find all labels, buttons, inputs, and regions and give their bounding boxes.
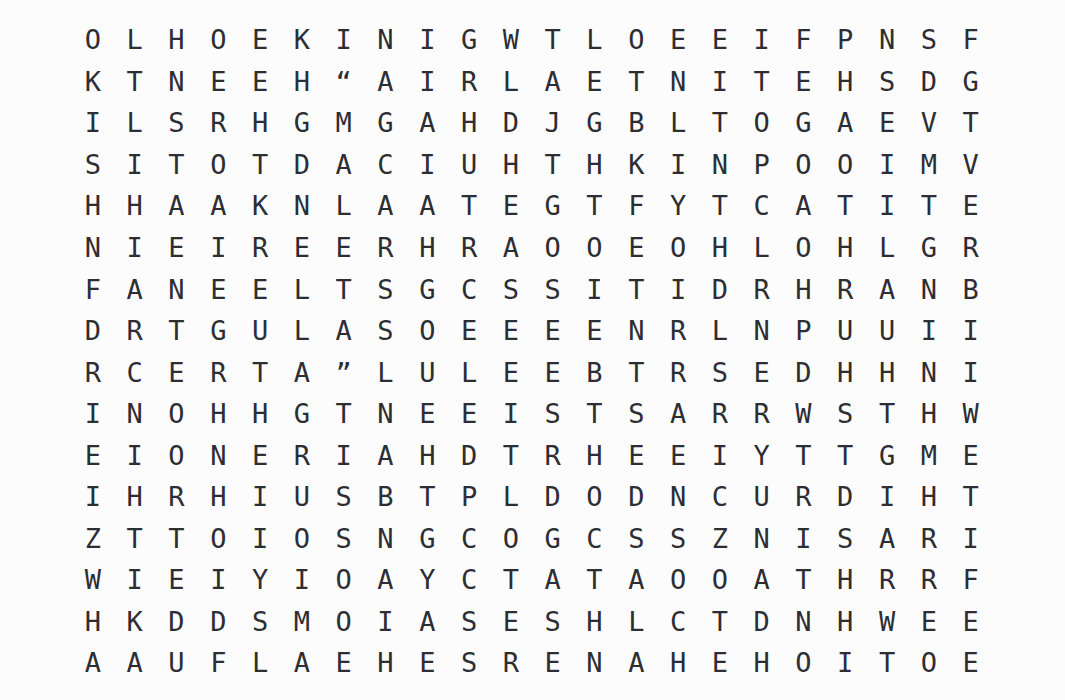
grid-cell[interactable]: I (239, 518, 281, 560)
grid-cell[interactable]: A (657, 393, 699, 435)
grid-cell[interactable]: L (490, 61, 532, 103)
grid-cell[interactable]: S (490, 268, 532, 310)
grid-cell[interactable]: G (574, 102, 616, 144)
grid-cell[interactable]: I (824, 642, 866, 684)
grid-cell[interactable]: E (741, 351, 783, 393)
grid-cell[interactable]: D (783, 351, 825, 393)
grid-cell[interactable]: O (490, 518, 532, 560)
grid-cell[interactable]: E (908, 601, 950, 643)
grid-cell[interactable]: I (950, 310, 992, 352)
grid-cell[interactable]: B (950, 268, 992, 310)
grid-cell[interactable]: N (197, 434, 239, 476)
grid-cell[interactable]: G (866, 434, 908, 476)
grid-cell[interactable]: H (114, 476, 156, 518)
grid-cell[interactable]: N (741, 518, 783, 560)
grid-cell[interactable]: E (783, 61, 825, 103)
grid-cell[interactable]: T (156, 144, 198, 186)
grid-cell[interactable]: A (365, 61, 407, 103)
grid-cell[interactable]: I (406, 144, 448, 186)
grid-cell[interactable]: U (866, 310, 908, 352)
grid-cell[interactable]: N (281, 185, 323, 227)
grid-cell[interactable]: C (448, 268, 490, 310)
grid-cell[interactable]: V (908, 102, 950, 144)
grid-cell[interactable]: R (281, 434, 323, 476)
grid-cell[interactable]: O (406, 310, 448, 352)
grid-cell[interactable]: A (783, 185, 825, 227)
grid-cell[interactable]: T (741, 61, 783, 103)
grid-cell[interactable]: W (950, 393, 992, 435)
grid-cell[interactable]: P (741, 144, 783, 186)
grid-cell[interactable]: K (239, 185, 281, 227)
grid-cell[interactable]: E (72, 434, 114, 476)
grid-cell[interactable]: T (156, 310, 198, 352)
grid-cell[interactable]: E (532, 642, 574, 684)
grid-cell[interactable]: T (950, 476, 992, 518)
grid-cell[interactable]: T (156, 518, 198, 560)
grid-cell[interactable]: H (699, 227, 741, 269)
grid-cell[interactable]: S (532, 268, 574, 310)
grid-cell[interactable]: L (699, 310, 741, 352)
grid-cell[interactable]: N (365, 518, 407, 560)
grid-cell[interactable]: S (866, 61, 908, 103)
grid-cell[interactable]: S (365, 268, 407, 310)
grid-cell[interactable]: O (783, 227, 825, 269)
grid-cell[interactable]: A (866, 268, 908, 310)
grid-cell[interactable]: H (406, 434, 448, 476)
grid-cell[interactable]: H (156, 19, 198, 61)
grid-cell[interactable]: A (365, 559, 407, 601)
grid-cell[interactable]: N (574, 642, 616, 684)
grid-cell[interactable]: A (741, 559, 783, 601)
grid-cell[interactable]: L (365, 351, 407, 393)
grid-cell[interactable]: A (365, 185, 407, 227)
grid-cell[interactable]: H (824, 61, 866, 103)
grid-cell[interactable]: G (448, 19, 490, 61)
grid-cell[interactable]: T (908, 185, 950, 227)
grid-cell[interactable]: O (156, 434, 198, 476)
grid-cell[interactable]: A (365, 434, 407, 476)
grid-cell[interactable]: D (741, 601, 783, 643)
grid-cell[interactable]: T (574, 559, 616, 601)
grid-cell[interactable]: W (490, 19, 532, 61)
grid-cell[interactable]: R (114, 310, 156, 352)
grid-cell[interactable]: T (615, 351, 657, 393)
grid-cell[interactable]: O (197, 144, 239, 186)
grid-cell[interactable]: L (114, 19, 156, 61)
grid-cell[interactable]: H (114, 185, 156, 227)
grid-cell[interactable]: R (448, 61, 490, 103)
grid-cell[interactable]: H (866, 351, 908, 393)
grid-cell[interactable]: N (866, 19, 908, 61)
grid-cell[interactable]: A (281, 351, 323, 393)
grid-cell[interactable]: T (615, 61, 657, 103)
grid-cell[interactable]: E (156, 227, 198, 269)
grid-cell[interactable]: O (699, 559, 741, 601)
grid-cell[interactable]: N (615, 310, 657, 352)
grid-cell[interactable]: M (908, 144, 950, 186)
grid-cell[interactable]: I (197, 227, 239, 269)
grid-cell[interactable]: W (783, 393, 825, 435)
grid-cell[interactable]: B (574, 351, 616, 393)
grid-cell[interactable]: L (281, 310, 323, 352)
grid-cell[interactable]: E (532, 351, 574, 393)
grid-cell[interactable]: D (615, 476, 657, 518)
grid-cell[interactable]: L (866, 227, 908, 269)
grid-cell[interactable]: N (114, 393, 156, 435)
grid-cell[interactable]: D (824, 476, 866, 518)
grid-cell[interactable]: E (615, 227, 657, 269)
grid-cell[interactable]: H (281, 61, 323, 103)
grid-cell[interactable]: E (197, 268, 239, 310)
grid-cell[interactable]: H (824, 559, 866, 601)
grid-cell[interactable]: T (783, 559, 825, 601)
grid-cell[interactable]: G (197, 310, 239, 352)
grid-cell[interactable]: R (908, 559, 950, 601)
grid-cell[interactable]: H (574, 601, 616, 643)
grid-cell[interactable]: H (657, 642, 699, 684)
grid-cell[interactable]: O (156, 393, 198, 435)
grid-cell[interactable]: T (615, 268, 657, 310)
grid-cell[interactable]: “ (323, 61, 365, 103)
grid-cell[interactable]: T (114, 61, 156, 103)
grid-cell[interactable]: M (323, 102, 365, 144)
grid-cell[interactable]: T (699, 185, 741, 227)
grid-cell[interactable]: E (281, 227, 323, 269)
grid-cell[interactable]: A (532, 61, 574, 103)
grid-cell[interactable]: D (490, 102, 532, 144)
grid-cell[interactable]: Y (741, 434, 783, 476)
grid-cell[interactable]: T (699, 601, 741, 643)
grid-cell[interactable]: G (908, 227, 950, 269)
grid-cell[interactable]: N (72, 227, 114, 269)
grid-cell[interactable]: E (448, 310, 490, 352)
grid-cell[interactable]: L (281, 268, 323, 310)
grid-cell[interactable]: M (281, 601, 323, 643)
grid-cell[interactable]: R (741, 268, 783, 310)
grid-cell[interactable]: E (490, 601, 532, 643)
grid-cell[interactable]: O (72, 19, 114, 61)
grid-cell[interactable]: D (156, 601, 198, 643)
grid-cell[interactable]: A (406, 601, 448, 643)
grid-cell[interactable]: L (657, 102, 699, 144)
grid-cell[interactable]: T (114, 518, 156, 560)
grid-cell[interactable]: Y (657, 185, 699, 227)
grid-cell[interactable]: I (281, 559, 323, 601)
grid-cell[interactable]: G (281, 102, 323, 144)
grid-cell[interactable]: H (239, 102, 281, 144)
grid-cell[interactable]: S (323, 518, 365, 560)
grid-cell[interactable]: I (197, 559, 239, 601)
grid-cell[interactable]: T (239, 351, 281, 393)
grid-cell[interactable]: A (866, 518, 908, 560)
grid-cell[interactable]: G (532, 518, 574, 560)
grid-cell[interactable]: I (574, 268, 616, 310)
grid-cell[interactable]: A (72, 642, 114, 684)
grid-cell[interactable]: D (908, 61, 950, 103)
grid-cell[interactable]: E (156, 351, 198, 393)
grid-cell[interactable]: O (908, 642, 950, 684)
grid-cell[interactable]: D (699, 268, 741, 310)
grid-cell[interactable]: R (783, 476, 825, 518)
grid-cell[interactable]: R (741, 393, 783, 435)
grid-cell[interactable]: E (239, 19, 281, 61)
grid-cell[interactable]: A (156, 185, 198, 227)
grid-cell[interactable]: S (532, 393, 574, 435)
grid-cell[interactable]: F (950, 19, 992, 61)
grid-cell[interactable]: I (699, 434, 741, 476)
grid-cell[interactable]: K (72, 61, 114, 103)
grid-cell[interactable]: I (406, 61, 448, 103)
grid-cell[interactable]: R (156, 476, 198, 518)
grid-cell[interactable]: H (406, 227, 448, 269)
grid-cell[interactable]: S (615, 518, 657, 560)
grid-cell[interactable]: A (281, 642, 323, 684)
grid-cell[interactable]: G (365, 102, 407, 144)
grid-cell[interactable]: S (365, 310, 407, 352)
grid-cell[interactable]: A (114, 642, 156, 684)
grid-cell[interactable]: A (824, 102, 866, 144)
grid-cell[interactable]: S (699, 351, 741, 393)
grid-cell[interactable]: W (866, 601, 908, 643)
grid-cell[interactable]: I (323, 19, 365, 61)
grid-cell[interactable]: E (574, 310, 616, 352)
grid-cell[interactable]: N (156, 268, 198, 310)
grid-cell[interactable]: Z (699, 518, 741, 560)
grid-cell[interactable]: R (908, 518, 950, 560)
grid-cell[interactable]: S (448, 642, 490, 684)
grid-cell[interactable]: O (741, 102, 783, 144)
grid-cell[interactable]: E (323, 642, 365, 684)
grid-cell[interactable]: A (406, 185, 448, 227)
grid-cell[interactable]: M (908, 434, 950, 476)
grid-cell[interactable]: S (824, 518, 866, 560)
grid-cell[interactable]: A (532, 559, 574, 601)
grid-cell[interactable]: E (239, 61, 281, 103)
grid-cell[interactable]: H (239, 393, 281, 435)
grid-cell[interactable]: Y (406, 559, 448, 601)
grid-cell[interactable]: U (281, 476, 323, 518)
grid-cell[interactable]: A (615, 642, 657, 684)
grid-cell[interactable]: T (574, 185, 616, 227)
grid-cell[interactable]: Z (72, 518, 114, 560)
grid-cell[interactable]: A (114, 268, 156, 310)
grid-cell[interactable]: C (448, 559, 490, 601)
grid-cell[interactable]: I (406, 19, 448, 61)
grid-cell[interactable]: O (574, 227, 616, 269)
grid-cell[interactable]: E (490, 351, 532, 393)
grid-cell[interactable]: H (908, 476, 950, 518)
grid-cell[interactable]: E (950, 434, 992, 476)
grid-cell[interactable]: I (114, 559, 156, 601)
grid-cell[interactable]: U (239, 310, 281, 352)
grid-cell[interactable]: L (114, 102, 156, 144)
grid-cell[interactable]: R (866, 559, 908, 601)
grid-cell[interactable]: S (615, 393, 657, 435)
grid-cell[interactable]: T (699, 102, 741, 144)
grid-cell[interactable]: N (908, 351, 950, 393)
grid-cell[interactable]: T (950, 102, 992, 144)
grid-cell[interactable]: A (615, 559, 657, 601)
grid-cell[interactable]: E (490, 185, 532, 227)
grid-cell[interactable]: O (824, 144, 866, 186)
grid-cell[interactable]: E (615, 434, 657, 476)
grid-cell[interactable]: U (448, 144, 490, 186)
grid-cell[interactable]: E (950, 185, 992, 227)
grid-cell[interactable]: K (114, 601, 156, 643)
grid-cell[interactable]: O (323, 559, 365, 601)
grid-cell[interactable]: H (365, 642, 407, 684)
grid-cell[interactable]: S (657, 518, 699, 560)
grid-cell[interactable]: I (699, 61, 741, 103)
grid-cell[interactable]: C (657, 601, 699, 643)
grid-cell[interactable]: H (490, 144, 532, 186)
grid-cell[interactable]: K (615, 144, 657, 186)
grid-cell[interactable]: R (72, 351, 114, 393)
grid-cell[interactable]: N (657, 61, 699, 103)
grid-cell[interactable]: R (448, 227, 490, 269)
grid-cell[interactable]: E (657, 19, 699, 61)
grid-cell[interactable]: O (532, 227, 574, 269)
grid-cell[interactable]: T (490, 434, 532, 476)
grid-cell[interactable]: A (490, 227, 532, 269)
grid-cell[interactable]: B (615, 102, 657, 144)
grid-cell[interactable]: I (741, 19, 783, 61)
grid-cell[interactable]: C (574, 518, 616, 560)
grid-cell[interactable]: P (824, 19, 866, 61)
grid-cell[interactable]: L (574, 19, 616, 61)
grid-cell[interactable]: O (657, 559, 699, 601)
grid-cell[interactable]: H (574, 434, 616, 476)
grid-cell[interactable]: C (448, 518, 490, 560)
grid-cell[interactable]: N (365, 393, 407, 435)
grid-cell[interactable]: T (783, 434, 825, 476)
grid-cell[interactable]: R (657, 351, 699, 393)
grid-cell[interactable]: I (866, 476, 908, 518)
grid-cell[interactable]: R (365, 227, 407, 269)
grid-cell[interactable]: N (908, 268, 950, 310)
grid-cell[interactable]: L (239, 642, 281, 684)
grid-cell[interactable]: T (574, 393, 616, 435)
grid-cell[interactable]: T (490, 559, 532, 601)
grid-cell[interactable]: T (866, 393, 908, 435)
grid-cell[interactable]: G (281, 393, 323, 435)
grid-cell[interactable]: S (824, 393, 866, 435)
grid-cell[interactable]: E (239, 434, 281, 476)
grid-cell[interactable]: N (657, 476, 699, 518)
grid-cell[interactable]: E (239, 268, 281, 310)
grid-cell[interactable]: P (783, 310, 825, 352)
grid-cell[interactable]: R (699, 393, 741, 435)
grid-cell[interactable]: E (448, 393, 490, 435)
grid-cell[interactable]: N (741, 310, 783, 352)
grid-cell[interactable]: H (197, 393, 239, 435)
grid-cell[interactable]: I (72, 102, 114, 144)
grid-cell[interactable]: H (824, 351, 866, 393)
grid-cell[interactable]: T (448, 185, 490, 227)
grid-cell[interactable]: N (365, 19, 407, 61)
grid-cell[interactable]: A (323, 144, 365, 186)
grid-cell[interactable]: G (406, 518, 448, 560)
grid-cell[interactable]: S (239, 601, 281, 643)
grid-cell[interactable]: H (197, 476, 239, 518)
grid-cell[interactable]: C (699, 476, 741, 518)
grid-cell[interactable]: I (114, 227, 156, 269)
grid-cell[interactable]: C (741, 185, 783, 227)
grid-cell[interactable]: F (950, 559, 992, 601)
grid-cell[interactable]: E (532, 310, 574, 352)
grid-cell[interactable]: U (824, 310, 866, 352)
grid-cell[interactable]: I (657, 268, 699, 310)
grid-cell[interactable]: D (72, 310, 114, 352)
grid-cell[interactable]: E (490, 310, 532, 352)
grid-cell[interactable]: R (490, 642, 532, 684)
grid-cell[interactable]: H (824, 601, 866, 643)
grid-cell[interactable]: O (323, 601, 365, 643)
grid-cell[interactable]: T (532, 144, 574, 186)
grid-cell[interactable]: O (197, 518, 239, 560)
grid-cell[interactable]: W (72, 559, 114, 601)
grid-cell[interactable]: R (657, 310, 699, 352)
grid-cell[interactable]: E (406, 393, 448, 435)
grid-cell[interactable]: H (741, 642, 783, 684)
grid-cell[interactable]: I (114, 144, 156, 186)
grid-cell[interactable]: U (741, 476, 783, 518)
grid-cell[interactable]: E (950, 601, 992, 643)
grid-cell[interactable]: N (156, 61, 198, 103)
grid-cell[interactable]: O (783, 144, 825, 186)
grid-cell[interactable]: O (783, 642, 825, 684)
grid-cell[interactable]: I (908, 310, 950, 352)
grid-cell[interactable]: I (72, 476, 114, 518)
grid-cell[interactable]: A (406, 102, 448, 144)
grid-cell[interactable]: H (72, 185, 114, 227)
grid-cell[interactable]: U (406, 351, 448, 393)
grid-cell[interactable]: L (448, 351, 490, 393)
grid-cell[interactable]: E (156, 559, 198, 601)
grid-cell[interactable]: E (699, 19, 741, 61)
grid-cell[interactable]: T (824, 185, 866, 227)
grid-cell[interactable]: I (866, 185, 908, 227)
grid-cell[interactable]: G (532, 185, 574, 227)
grid-cell[interactable]: Y (239, 559, 281, 601)
grid-cell[interactable]: T (532, 19, 574, 61)
grid-cell[interactable]: H (448, 102, 490, 144)
grid-cell[interactable]: R (824, 268, 866, 310)
grid-cell[interactable]: L (323, 185, 365, 227)
grid-cell[interactable]: G (406, 268, 448, 310)
grid-cell[interactable]: H (72, 601, 114, 643)
grid-cell[interactable]: G (950, 61, 992, 103)
grid-cell[interactable]: R (197, 351, 239, 393)
grid-cell[interactable]: K (281, 19, 323, 61)
grid-cell[interactable]: R (532, 434, 574, 476)
grid-cell[interactable]: D (448, 434, 490, 476)
grid-cell[interactable]: E (866, 102, 908, 144)
grid-cell[interactable]: E (323, 227, 365, 269)
grid-cell[interactable]: H (824, 227, 866, 269)
grid-cell[interactable]: T (406, 476, 448, 518)
grid-cell[interactable]: I (490, 393, 532, 435)
grid-cell[interactable]: D (281, 144, 323, 186)
grid-cell[interactable]: O (281, 518, 323, 560)
grid-cell[interactable]: O (615, 19, 657, 61)
grid-cell[interactable]: A (323, 310, 365, 352)
grid-cell[interactable]: F (72, 268, 114, 310)
grid-cell[interactable]: C (365, 144, 407, 186)
grid-cell[interactable]: I (657, 144, 699, 186)
grid-cell[interactable]: E (699, 642, 741, 684)
grid-cell[interactable]: H (783, 268, 825, 310)
